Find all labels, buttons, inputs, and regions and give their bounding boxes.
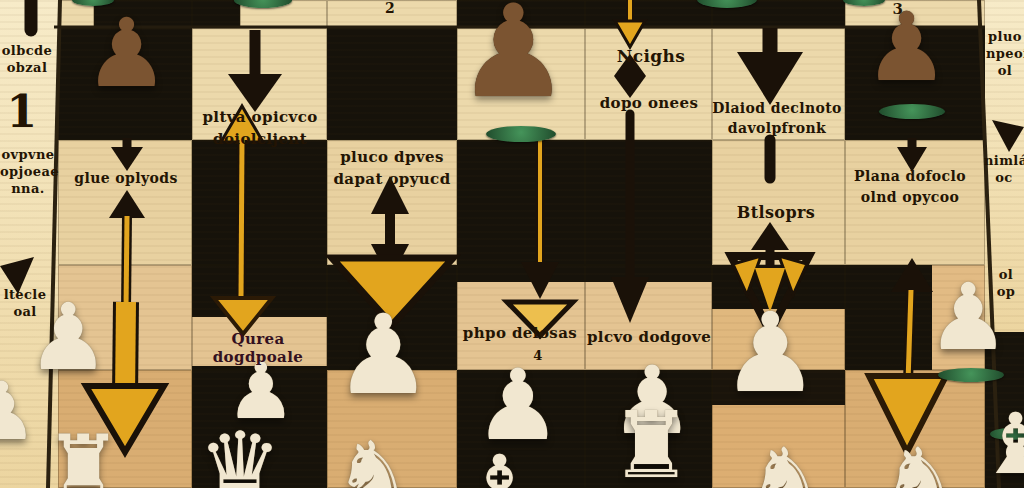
board-top-strip-segment [192,0,240,28]
board-cell [192,28,327,140]
board-cell [845,28,985,140]
board-cell [457,140,585,265]
board-cell [845,265,985,370]
board-top-strip-segment [457,0,585,28]
board-cell [585,28,712,140]
chess-board [0,0,1024,488]
board-cell [58,265,192,370]
board-cell [712,140,845,265]
board-top-strip-segment [585,0,712,28]
board-cell [327,370,457,488]
board-cell [327,265,457,370]
board-cell [845,140,985,265]
chess-opening-diagram: ♟♟♟♟♟♟♟♟♟♟♟♜♛♞♝♜♞♞♝ pltva opicvcodoiolcl… [0,0,1024,488]
board-top-strip-segment [327,0,457,28]
board-cell [712,28,845,140]
board-cell [845,370,985,488]
board-cell [457,28,585,140]
board-cell [585,140,712,265]
board-cell [585,370,712,488]
board-cell [712,265,845,370]
board-top-strip-segment [240,0,327,28]
board-cell [192,140,327,265]
board-cell [192,370,327,488]
board-cell [457,265,585,370]
board-top-strip-segment [845,0,985,28]
board-cell [58,28,192,140]
board-cell [457,370,585,488]
board-cell [327,140,457,265]
board-cell [192,265,327,370]
board-cell [585,265,712,370]
board-cell [327,28,457,140]
board-cell [58,370,192,488]
board-top-strip-segment [94,0,192,28]
board-top-strip-segment [712,0,845,28]
board-cell [712,370,845,488]
board-cell [58,140,192,265]
board-top-strip-segment [58,0,94,28]
